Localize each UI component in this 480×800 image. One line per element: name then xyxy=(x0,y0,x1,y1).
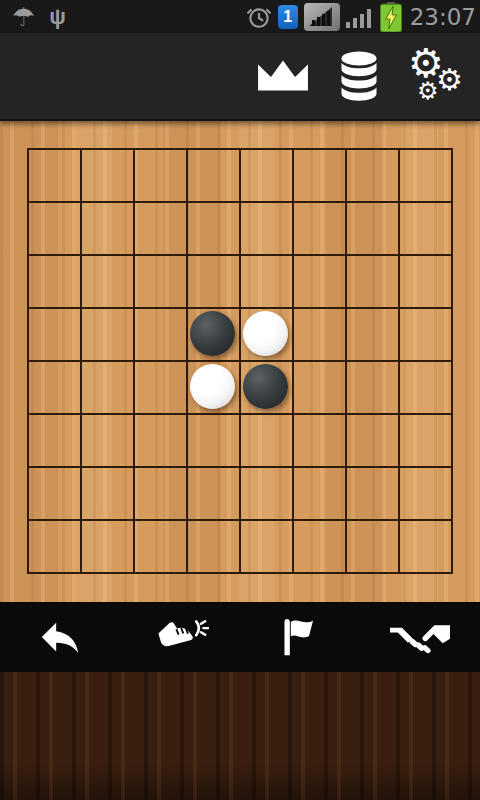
app-screen: ☂ ψ 1 xyxy=(0,0,480,800)
notification-badge: 1 xyxy=(278,5,298,29)
kick-button[interactable] xyxy=(120,602,240,672)
status-left-icons: ☂ ψ xyxy=(0,4,66,30)
draw-button[interactable] xyxy=(360,602,480,672)
undo-arrow-icon xyxy=(33,614,87,660)
handshake-icon xyxy=(390,617,450,657)
captured-tray: x 2 x 2 xyxy=(0,672,480,800)
kick-boot-icon xyxy=(151,613,209,661)
board-disc-white xyxy=(243,311,288,356)
umbrella-icon: ☂ xyxy=(12,4,35,30)
crown-button[interactable] xyxy=(256,55,310,97)
status-bar: ☂ ψ 1 xyxy=(0,0,480,33)
gears-icon: ⚙ ⚙ ⚙ xyxy=(408,45,466,107)
game-toolbar xyxy=(0,602,480,672)
board-disc-black xyxy=(190,311,235,356)
board-disc-white xyxy=(190,364,235,409)
settings-button[interactable]: ⚙ ⚙ ⚙ xyxy=(408,45,466,107)
undo-button[interactable] xyxy=(0,602,120,672)
alarm-clock-icon xyxy=(246,4,272,30)
action-bar: ⚙ ⚙ ⚙ xyxy=(0,33,480,121)
coins-button[interactable] xyxy=(338,49,380,103)
status-right-icons: 1 xyxy=(246,2,480,32)
coins-stack-icon xyxy=(338,49,380,103)
clock-time: 23:07 xyxy=(408,4,476,30)
board-area xyxy=(0,121,480,602)
othello-board[interactable] xyxy=(27,148,453,574)
flag-icon xyxy=(277,613,323,661)
signal-widget-icon xyxy=(304,3,340,31)
usb-icon: ψ xyxy=(49,6,66,28)
resign-button[interactable] xyxy=(240,602,360,672)
crown-icon xyxy=(256,55,310,97)
signal-bars-icon xyxy=(346,5,374,29)
board-disc-black xyxy=(243,364,288,409)
battery-charging-icon xyxy=(380,2,402,32)
